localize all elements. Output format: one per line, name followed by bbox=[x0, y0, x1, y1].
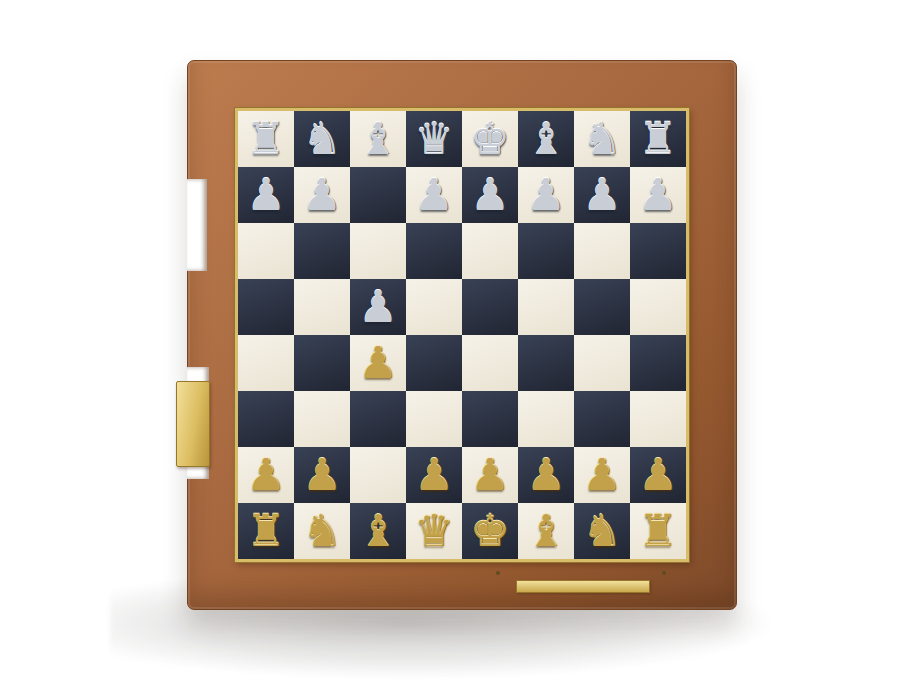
square-g3[interactable] bbox=[574, 391, 630, 447]
piece-silver-queen-d8[interactable]: ♛ bbox=[414, 111, 453, 167]
trim-screw bbox=[662, 571, 666, 575]
square-a3[interactable] bbox=[238, 391, 294, 447]
square-e7[interactable]: ♟ bbox=[462, 167, 518, 223]
square-h3[interactable] bbox=[630, 391, 686, 447]
piece-silver-pawn-a7[interactable]: ♟ bbox=[246, 167, 285, 223]
piece-gold-bishop-c1[interactable]: ♝ bbox=[358, 503, 397, 559]
square-f4[interactable] bbox=[518, 335, 574, 391]
leather-chess-case: ♜♞♝♛♚♝♞♜♟♟♟♟♟♟♟♟♟♟♟♟♟♟♟♟♜♞♝♛♚♝♞♜ bbox=[187, 60, 737, 610]
square-h6[interactable] bbox=[630, 223, 686, 279]
piece-gold-pawn-d2[interactable]: ♟ bbox=[414, 447, 453, 503]
piece-gold-rook-h1[interactable]: ♜ bbox=[638, 503, 677, 559]
square-d5[interactable] bbox=[406, 279, 462, 335]
piece-silver-pawn-f7[interactable]: ♟ bbox=[526, 167, 565, 223]
piece-gold-queen-d1[interactable]: ♛ bbox=[414, 503, 453, 559]
square-e3[interactable] bbox=[462, 391, 518, 447]
piece-silver-pawn-b7[interactable]: ♟ bbox=[302, 167, 341, 223]
square-b3[interactable] bbox=[294, 391, 350, 447]
square-d2[interactable]: ♟ bbox=[406, 447, 462, 503]
piece-gold-bishop-f1[interactable]: ♝ bbox=[526, 503, 565, 559]
piece-silver-knight-g8[interactable]: ♞ bbox=[582, 111, 621, 167]
trim-screw bbox=[496, 571, 500, 575]
square-e8[interactable]: ♚ bbox=[462, 111, 518, 167]
square-a1[interactable]: ♜ bbox=[238, 503, 294, 559]
piece-gold-pawn-h2[interactable]: ♟ bbox=[638, 447, 677, 503]
square-f6[interactable] bbox=[518, 223, 574, 279]
piece-gold-rook-a1[interactable]: ♜ bbox=[246, 503, 285, 559]
piece-silver-bishop-f8[interactable]: ♝ bbox=[526, 111, 565, 167]
square-d3[interactable] bbox=[406, 391, 462, 447]
square-g4[interactable] bbox=[574, 335, 630, 391]
square-c8[interactable]: ♝ bbox=[350, 111, 406, 167]
brass-handle-tab[interactable] bbox=[176, 381, 210, 467]
square-h5[interactable] bbox=[630, 279, 686, 335]
handle-notch-upper bbox=[187, 179, 207, 271]
square-f7[interactable]: ♟ bbox=[518, 167, 574, 223]
piece-gold-pawn-g2[interactable]: ♟ bbox=[582, 447, 621, 503]
square-b4[interactable] bbox=[294, 335, 350, 391]
piece-silver-rook-a8[interactable]: ♜ bbox=[246, 111, 285, 167]
square-c4[interactable]: ♟ bbox=[350, 335, 406, 391]
piece-gold-knight-g1[interactable]: ♞ bbox=[582, 503, 621, 559]
square-c2[interactable] bbox=[350, 447, 406, 503]
piece-gold-king-e1[interactable]: ♚ bbox=[470, 503, 509, 559]
square-h4[interactable] bbox=[630, 335, 686, 391]
square-e1[interactable]: ♚ bbox=[462, 503, 518, 559]
piece-gold-pawn-e2[interactable]: ♟ bbox=[470, 447, 509, 503]
square-d1[interactable]: ♛ bbox=[406, 503, 462, 559]
square-a5[interactable] bbox=[238, 279, 294, 335]
square-h1[interactable]: ♜ bbox=[630, 503, 686, 559]
piece-gold-pawn-a2[interactable]: ♟ bbox=[246, 447, 285, 503]
piece-silver-pawn-h7[interactable]: ♟ bbox=[638, 167, 677, 223]
brass-board-trim: ♜♞♝♛♚♝♞♜♟♟♟♟♟♟♟♟♟♟♟♟♟♟♟♟♜♞♝♛♚♝♞♜ bbox=[235, 108, 689, 562]
square-a7[interactable]: ♟ bbox=[238, 167, 294, 223]
piece-gold-pawn-c4[interactable]: ♟ bbox=[358, 335, 397, 391]
square-b7[interactable]: ♟ bbox=[294, 167, 350, 223]
square-e4[interactable] bbox=[462, 335, 518, 391]
square-c3[interactable] bbox=[350, 391, 406, 447]
piece-gold-pawn-b2[interactable]: ♟ bbox=[302, 447, 341, 503]
square-c5[interactable]: ♟ bbox=[350, 279, 406, 335]
piece-silver-pawn-g7[interactable]: ♟ bbox=[582, 167, 621, 223]
square-h8[interactable]: ♜ bbox=[630, 111, 686, 167]
square-d8[interactable]: ♛ bbox=[406, 111, 462, 167]
square-a4[interactable] bbox=[238, 335, 294, 391]
square-d6[interactable] bbox=[406, 223, 462, 279]
square-a2[interactable]: ♟ bbox=[238, 447, 294, 503]
piece-silver-pawn-d7[interactable]: ♟ bbox=[414, 167, 453, 223]
piece-silver-bishop-c8[interactable]: ♝ bbox=[358, 111, 397, 167]
square-b2[interactable]: ♟ bbox=[294, 447, 350, 503]
piece-silver-knight-b8[interactable]: ♞ bbox=[302, 111, 341, 167]
square-f5[interactable] bbox=[518, 279, 574, 335]
piece-silver-rook-h8[interactable]: ♜ bbox=[638, 111, 677, 167]
square-d7[interactable]: ♟ bbox=[406, 167, 462, 223]
square-f8[interactable]: ♝ bbox=[518, 111, 574, 167]
square-d4[interactable] bbox=[406, 335, 462, 391]
piece-silver-pawn-c5[interactable]: ♟ bbox=[358, 279, 397, 335]
piece-silver-king-e8[interactable]: ♚ bbox=[470, 111, 509, 167]
square-g6[interactable] bbox=[574, 223, 630, 279]
square-h2[interactable]: ♟ bbox=[630, 447, 686, 503]
square-g8[interactable]: ♞ bbox=[574, 111, 630, 167]
square-a8[interactable]: ♜ bbox=[238, 111, 294, 167]
piece-silver-pawn-e7[interactable]: ♟ bbox=[470, 167, 509, 223]
product-photo-stage: ♜♞♝♛♚♝♞♜♟♟♟♟♟♟♟♟♟♟♟♟♟♟♟♟♜♞♝♛♚♝♞♜ bbox=[0, 0, 923, 682]
square-e2[interactable]: ♟ bbox=[462, 447, 518, 503]
square-h7[interactable]: ♟ bbox=[630, 167, 686, 223]
square-g2[interactable]: ♟ bbox=[574, 447, 630, 503]
square-b6[interactable] bbox=[294, 223, 350, 279]
square-g1[interactable]: ♞ bbox=[574, 503, 630, 559]
square-e6[interactable] bbox=[462, 223, 518, 279]
brass-pull-strip[interactable] bbox=[516, 580, 650, 593]
square-f1[interactable]: ♝ bbox=[518, 503, 574, 559]
square-e5[interactable] bbox=[462, 279, 518, 335]
piece-gold-pawn-f2[interactable]: ♟ bbox=[526, 447, 565, 503]
square-c7[interactable] bbox=[350, 167, 406, 223]
square-b5[interactable] bbox=[294, 279, 350, 335]
square-c1[interactable]: ♝ bbox=[350, 503, 406, 559]
square-b8[interactable]: ♞ bbox=[294, 111, 350, 167]
square-g5[interactable] bbox=[574, 279, 630, 335]
square-a6[interactable] bbox=[238, 223, 294, 279]
square-f2[interactable]: ♟ bbox=[518, 447, 574, 503]
square-f3[interactable] bbox=[518, 391, 574, 447]
square-c6[interactable] bbox=[350, 223, 406, 279]
square-b1[interactable]: ♞ bbox=[294, 503, 350, 559]
chessboard: ♜♞♝♛♚♝♞♜♟♟♟♟♟♟♟♟♟♟♟♟♟♟♟♟♜♞♝♛♚♝♞♜ bbox=[238, 111, 686, 559]
piece-gold-knight-b1[interactable]: ♞ bbox=[302, 503, 341, 559]
square-g7[interactable]: ♟ bbox=[574, 167, 630, 223]
